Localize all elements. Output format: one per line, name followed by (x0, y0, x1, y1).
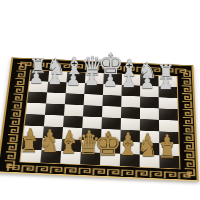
square-a6 (27, 92, 47, 104)
square-f7 (121, 85, 140, 97)
square-g6 (140, 97, 159, 109)
square-c1 (60, 151, 81, 164)
square-b4 (44, 115, 64, 127)
product-photo: ♜♞♝♛♚♝♞♜♟♟♟♟♟♟♟♟♟♟♟♟♟♟♟♟♜♞♝♛♚♝♞♜ (0, 0, 200, 200)
square-e2 (100, 141, 120, 154)
square-c8 (67, 72, 86, 83)
square-f6 (121, 96, 140, 108)
square-b6 (46, 92, 66, 104)
square-g4 (140, 119, 159, 131)
square-d6 (84, 94, 103, 106)
square-e7 (103, 84, 122, 96)
square-h4 (159, 120, 178, 132)
square-d2 (81, 140, 101, 153)
square-a8 (30, 70, 49, 81)
square-h8 (158, 76, 177, 87)
board-grid (20, 70, 179, 168)
square-c4 (63, 116, 83, 128)
square-h3 (159, 131, 179, 144)
square-a5 (26, 103, 46, 115)
square-g2 (140, 142, 160, 155)
square-a2 (22, 137, 43, 150)
square-c3 (62, 127, 82, 140)
square-h7 (159, 86, 178, 98)
square-a1 (20, 149, 41, 162)
chess-board (0, 57, 199, 181)
square-e1 (100, 153, 120, 166)
square-b3 (43, 126, 63, 139)
square-a7 (28, 81, 48, 93)
square-h2 (159, 143, 179, 156)
square-d4 (82, 116, 102, 128)
square-b7 (47, 82, 66, 94)
square-f8 (122, 74, 140, 85)
square-c5 (64, 104, 84, 116)
square-g7 (140, 86, 159, 98)
square-a4 (25, 114, 45, 126)
square-e4 (101, 117, 120, 129)
square-d1 (80, 152, 100, 165)
square-b5 (45, 104, 65, 116)
square-h6 (159, 97, 178, 109)
square-h5 (159, 108, 178, 120)
square-e5 (102, 106, 121, 118)
square-f3 (120, 130, 139, 143)
greek-key-border-right (180, 70, 196, 177)
square-a3 (23, 126, 44, 139)
square-e8 (103, 73, 122, 84)
square-h1 (159, 155, 179, 168)
square-f2 (120, 142, 140, 155)
square-d3 (82, 128, 102, 141)
square-d5 (83, 105, 102, 117)
square-e6 (102, 95, 121, 107)
square-b1 (40, 150, 61, 163)
square-g1 (140, 155, 160, 168)
square-g8 (140, 75, 158, 86)
square-f4 (121, 118, 140, 130)
square-g5 (140, 108, 159, 120)
square-c7 (66, 82, 85, 94)
square-f1 (120, 154, 140, 167)
square-b8 (48, 71, 67, 82)
square-d8 (85, 73, 104, 84)
square-c2 (61, 139, 81, 152)
square-c6 (65, 93, 84, 105)
square-f5 (121, 107, 140, 119)
square-b2 (42, 138, 63, 151)
square-g3 (140, 131, 159, 144)
square-d7 (84, 83, 103, 95)
square-e3 (101, 129, 121, 142)
